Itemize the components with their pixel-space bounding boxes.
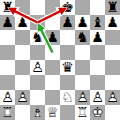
piece-white-rook: ♜♖ — [0, 105, 15, 120]
square-b6[interactable] — [15, 30, 30, 45]
square-h1[interactable] — [105, 105, 120, 120]
square-g6[interactable]: ♟ — [90, 30, 105, 45]
square-e4[interactable]: ♛ — [60, 60, 75, 75]
piece-white-king: ♚♔ — [90, 105, 105, 120]
piece-white-pawn: ♟♙ — [90, 90, 105, 105]
piece-black-knight: ♞ — [75, 30, 90, 45]
square-f3[interactable] — [75, 75, 90, 90]
square-b1[interactable] — [15, 105, 30, 120]
piece-white-rook: ♜♖ — [75, 105, 90, 120]
square-c6[interactable]: ♞ — [30, 30, 45, 45]
square-g2[interactable]: ♟♙ — [90, 90, 105, 105]
square-h8[interactable]: ♜ — [105, 0, 120, 15]
square-c8[interactable] — [30, 0, 45, 15]
piece-black-pawn: ♟ — [0, 15, 15, 30]
piece-white-pawn: ♟♙ — [15, 90, 30, 105]
square-f5[interactable] — [75, 45, 90, 60]
square-b7[interactable]: ♟ — [15, 15, 30, 30]
piece-black-pawn: ♟ — [75, 15, 90, 30]
square-d7[interactable] — [45, 15, 60, 30]
piece-black-pawn: ♟ — [15, 15, 30, 30]
chess-board: ♜♚♜♟♟♟♟♝♟♞♟♞♟♟♙♛♟♙♟♙♞♘♟♙♟♙♟♙♜♖♝♗♛♕♜♖♚♔ — [0, 0, 120, 120]
square-e5[interactable] — [60, 45, 75, 60]
square-f4[interactable] — [75, 60, 90, 75]
square-g5[interactable] — [90, 45, 105, 60]
square-a8[interactable]: ♜ — [0, 0, 15, 15]
piece-black-pawn: ♟ — [90, 30, 105, 45]
piece-black-knight: ♞ — [30, 30, 45, 45]
square-h5[interactable] — [105, 45, 120, 60]
square-d3[interactable] — [45, 75, 60, 90]
square-a4[interactable] — [0, 60, 15, 75]
piece-black-pawn: ♟ — [60, 15, 75, 30]
square-b4[interactable] — [15, 60, 30, 75]
piece-black-pawn: ♟ — [105, 15, 120, 30]
square-c1[interactable]: ♝♗ — [30, 105, 45, 120]
square-g3[interactable] — [90, 75, 105, 90]
square-e6[interactable] — [60, 30, 75, 45]
square-c2[interactable] — [30, 90, 45, 105]
square-c7[interactable] — [30, 15, 45, 30]
piece-black-king: ♚ — [60, 0, 75, 15]
square-b2[interactable]: ♟♙ — [15, 90, 30, 105]
square-a5[interactable] — [0, 45, 15, 60]
square-g8[interactable] — [90, 0, 105, 15]
square-e3[interactable] — [60, 75, 75, 90]
square-f6[interactable]: ♞ — [75, 30, 90, 45]
square-h3[interactable] — [105, 75, 120, 90]
square-b3[interactable] — [15, 75, 30, 90]
piece-black-rook: ♜ — [105, 0, 120, 15]
square-d8[interactable] — [45, 0, 60, 15]
piece-black-bishop: ♝ — [90, 15, 105, 30]
square-e8[interactable]: ♚ — [60, 0, 75, 15]
square-d4[interactable] — [45, 60, 60, 75]
square-g1[interactable]: ♚♔ — [90, 105, 105, 120]
square-f1[interactable]: ♜♖ — [75, 105, 90, 120]
square-f8[interactable] — [75, 0, 90, 15]
square-h4[interactable] — [105, 60, 120, 75]
square-e2[interactable]: ♞♘ — [60, 90, 75, 105]
square-d6[interactable]: ♟ — [45, 30, 60, 45]
square-c3[interactable] — [30, 75, 45, 90]
piece-white-queen: ♛♕ — [45, 105, 60, 120]
square-d2[interactable] — [45, 90, 60, 105]
piece-white-pawn: ♟♙ — [75, 90, 90, 105]
square-e7[interactable]: ♟ — [60, 15, 75, 30]
square-f7[interactable]: ♟ — [75, 15, 90, 30]
square-g4[interactable] — [90, 60, 105, 75]
square-a1[interactable]: ♜♖ — [0, 105, 15, 120]
square-h6[interactable] — [105, 30, 120, 45]
piece-white-pawn: ♟♙ — [105, 90, 120, 105]
piece-black-pawn: ♟ — [45, 30, 60, 45]
square-b5[interactable] — [15, 45, 30, 60]
piece-white-pawn: ♟♙ — [0, 90, 15, 105]
square-e1[interactable] — [60, 105, 75, 120]
square-d5[interactable] — [45, 45, 60, 60]
square-a3[interactable] — [0, 75, 15, 90]
square-a2[interactable]: ♟♙ — [0, 90, 15, 105]
square-g7[interactable]: ♝ — [90, 15, 105, 30]
piece-white-bishop: ♝♗ — [30, 105, 45, 120]
piece-white-knight: ♞♘ — [60, 90, 75, 105]
square-b8[interactable] — [15, 0, 30, 15]
piece-white-pawn: ♟♙ — [30, 60, 45, 75]
square-d1[interactable]: ♛♕ — [45, 105, 60, 120]
square-f2[interactable]: ♟♙ — [75, 90, 90, 105]
square-a6[interactable] — [0, 30, 15, 45]
square-c4[interactable]: ♟♙ — [30, 60, 45, 75]
square-h2[interactable]: ♟♙ — [105, 90, 120, 105]
square-c5[interactable] — [30, 45, 45, 60]
square-a7[interactable]: ♟ — [0, 15, 15, 30]
piece-black-rook: ♜ — [0, 0, 15, 15]
piece-black-queen: ♛ — [60, 60, 75, 75]
square-h7[interactable]: ♟ — [105, 15, 120, 30]
